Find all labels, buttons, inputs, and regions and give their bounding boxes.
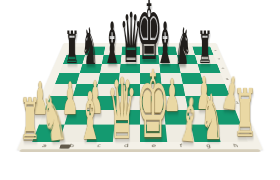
square-b1	[59, 125, 89, 142]
square-e8	[140, 47, 158, 55]
board-logo-mark	[59, 144, 70, 148]
square-c8	[103, 47, 122, 55]
square-e6	[140, 64, 160, 74]
square-b3	[68, 96, 94, 109]
square-a5	[55, 73, 79, 84]
square-h7	[195, 55, 217, 64]
board-edge	[19, 149, 261, 152]
square-f4	[161, 84, 185, 96]
square-e5	[140, 73, 161, 84]
square-a8	[66, 47, 87, 55]
square-e7	[140, 55, 159, 64]
square-d8	[121, 47, 139, 55]
photo-scene: abcdefgh 87654321 ♜♞♝♛♚♝♞♜♟♟♟♟♟♟♟♟♜♞♝♛♚♝…	[0, 0, 280, 180]
square-g4	[182, 84, 207, 96]
square-e3	[140, 96, 164, 109]
square-a6	[59, 64, 82, 74]
square-g3	[184, 96, 210, 109]
square-c4	[95, 84, 119, 96]
square-h5	[200, 73, 224, 84]
square-d6	[119, 64, 139, 74]
square-a7	[63, 55, 85, 64]
square-g6	[178, 64, 200, 74]
square-h4	[203, 84, 229, 96]
square-d4	[117, 84, 139, 96]
square-d3	[116, 96, 140, 109]
square-b6	[79, 64, 101, 74]
square-g8	[175, 47, 195, 55]
square-f1	[165, 125, 194, 142]
square-g5	[180, 73, 203, 84]
square-h1	[215, 125, 247, 142]
board-grid	[32, 47, 248, 142]
square-f7	[158, 55, 178, 64]
square-h2	[211, 110, 241, 125]
square-h6	[197, 64, 220, 74]
square-e2	[140, 110, 165, 125]
square-f6	[159, 64, 180, 74]
square-a4	[50, 84, 76, 96]
square-c2	[89, 110, 116, 125]
square-h8	[192, 47, 213, 55]
square-f5	[160, 73, 182, 84]
square-c3	[92, 96, 117, 109]
square-g7	[176, 55, 197, 64]
square-h3	[207, 96, 235, 109]
square-e1	[140, 125, 167, 142]
square-f8	[157, 47, 176, 55]
square-d5	[118, 73, 139, 84]
square-f2	[163, 110, 190, 125]
square-c7	[101, 55, 121, 64]
square-f3	[162, 96, 187, 109]
square-d2	[114, 110, 139, 125]
square-c5	[97, 73, 119, 84]
square-e4	[140, 84, 162, 96]
square-d1	[113, 125, 140, 142]
square-b7	[82, 55, 103, 64]
square-c1	[86, 125, 115, 142]
square-b8	[84, 47, 104, 55]
square-b4	[72, 84, 97, 96]
square-c6	[99, 64, 120, 74]
square-d7	[120, 55, 139, 64]
square-b5	[76, 73, 99, 84]
chess-board: abcdefgh 87654321	[17, 43, 263, 150]
square-b2	[64, 110, 92, 125]
